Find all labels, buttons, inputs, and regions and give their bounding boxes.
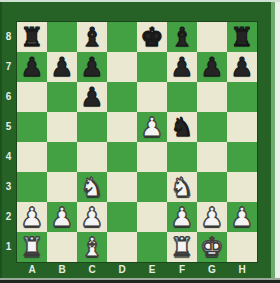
piece-black-pawn[interactable]: ♟ xyxy=(170,52,193,82)
square-g6[interactable] xyxy=(197,82,227,112)
piece-white-pawn[interactable]: ♟ xyxy=(80,202,103,232)
square-e4[interactable] xyxy=(137,142,167,172)
piece-white-king[interactable]: ♚ xyxy=(200,232,223,262)
chess-board-window: 87654321 ♜♝♚♝♜♟♟♟♟♟♟♟♟♞♞♞♟♟♟♟♟♟♜♝♜♚ ABCD… xyxy=(0,0,280,283)
file-label-g: G xyxy=(197,262,227,278)
square-h8[interactable]: ♜ xyxy=(227,22,257,52)
file-label-c: C xyxy=(77,262,107,278)
square-f2[interactable]: ♟ xyxy=(167,202,197,232)
piece-black-pawn[interactable]: ♟ xyxy=(200,52,223,82)
square-b2[interactable]: ♟ xyxy=(47,202,77,232)
square-c7[interactable]: ♟ xyxy=(77,52,107,82)
rank-label-2: 2 xyxy=(0,202,17,232)
square-h1[interactable] xyxy=(227,232,257,262)
square-b7[interactable]: ♟ xyxy=(47,52,77,82)
square-e3[interactable] xyxy=(137,172,167,202)
square-f4[interactable] xyxy=(167,142,197,172)
square-e1[interactable] xyxy=(137,232,167,262)
file-label-f: F xyxy=(167,262,197,278)
square-b6[interactable] xyxy=(47,82,77,112)
rank-label-5: 5 xyxy=(0,112,17,142)
file-label-h: H xyxy=(227,262,257,278)
square-b4[interactable] xyxy=(47,142,77,172)
square-e7[interactable] xyxy=(137,52,167,82)
piece-white-bishop[interactable]: ♝ xyxy=(80,232,103,262)
square-a5[interactable] xyxy=(17,112,47,142)
square-c6[interactable]: ♟ xyxy=(77,82,107,112)
square-g4[interactable] xyxy=(197,142,227,172)
square-d2[interactable] xyxy=(107,202,137,232)
piece-black-rook[interactable]: ♜ xyxy=(230,22,253,52)
square-a1[interactable]: ♜ xyxy=(17,232,47,262)
piece-white-pawn[interactable]: ♟ xyxy=(230,202,253,232)
piece-white-knight[interactable]: ♞ xyxy=(170,172,193,202)
square-c4[interactable] xyxy=(77,142,107,172)
square-g8[interactable] xyxy=(197,22,227,52)
square-g3[interactable] xyxy=(197,172,227,202)
square-f3[interactable]: ♞ xyxy=(167,172,197,202)
piece-white-rook[interactable]: ♜ xyxy=(20,232,43,262)
square-g1[interactable]: ♚ xyxy=(197,232,227,262)
square-a4[interactable] xyxy=(17,142,47,172)
piece-black-knight[interactable]: ♞ xyxy=(170,112,193,142)
square-a6[interactable] xyxy=(17,82,47,112)
file-label-e: E xyxy=(137,262,167,278)
piece-white-pawn[interactable]: ♟ xyxy=(20,202,43,232)
piece-black-pawn[interactable]: ♟ xyxy=(230,52,253,82)
square-e8[interactable]: ♚ xyxy=(137,22,167,52)
square-a8[interactable]: ♜ xyxy=(17,22,47,52)
piece-black-bishop[interactable]: ♝ xyxy=(80,22,103,52)
piece-white-pawn[interactable]: ♟ xyxy=(50,202,73,232)
square-a2[interactable]: ♟ xyxy=(17,202,47,232)
square-h2[interactable]: ♟ xyxy=(227,202,257,232)
piece-white-pawn[interactable]: ♟ xyxy=(200,202,223,232)
square-c5[interactable] xyxy=(77,112,107,142)
square-d6[interactable] xyxy=(107,82,137,112)
square-h4[interactable] xyxy=(227,142,257,172)
rank-label-7: 7 xyxy=(0,52,17,82)
file-label-d: D xyxy=(107,262,137,278)
square-h3[interactable] xyxy=(227,172,257,202)
square-d4[interactable] xyxy=(107,142,137,172)
square-c8[interactable]: ♝ xyxy=(77,22,107,52)
square-f6[interactable] xyxy=(167,82,197,112)
piece-black-pawn[interactable]: ♟ xyxy=(50,52,73,82)
square-c1[interactable]: ♝ xyxy=(77,232,107,262)
square-e5[interactable]: ♟ xyxy=(137,112,167,142)
rank-label-3: 3 xyxy=(0,172,17,202)
square-d1[interactable] xyxy=(107,232,137,262)
square-d7[interactable] xyxy=(107,52,137,82)
piece-black-pawn[interactable]: ♟ xyxy=(80,82,103,112)
chess-board[interactable]: ♜♝♚♝♜♟♟♟♟♟♟♟♟♞♞♞♟♟♟♟♟♟♜♝♜♚ xyxy=(17,22,257,262)
square-f7[interactable]: ♟ xyxy=(167,52,197,82)
piece-black-bishop[interactable]: ♝ xyxy=(170,22,193,52)
square-b5[interactable] xyxy=(47,112,77,142)
square-e2[interactable] xyxy=(137,202,167,232)
square-h7[interactable]: ♟ xyxy=(227,52,257,82)
piece-white-rook[interactable]: ♜ xyxy=(170,232,193,262)
window-edge-top xyxy=(0,0,280,2)
square-f1[interactable]: ♜ xyxy=(167,232,197,262)
rank-label-1: 1 xyxy=(0,232,17,262)
square-a3[interactable] xyxy=(17,172,47,202)
square-f5[interactable]: ♞ xyxy=(167,112,197,142)
piece-black-pawn[interactable]: ♟ xyxy=(80,52,103,82)
square-d8[interactable] xyxy=(107,22,137,52)
square-b3[interactable] xyxy=(47,172,77,202)
window-edge-right-outer xyxy=(275,2,280,281)
square-f8[interactable]: ♝ xyxy=(167,22,197,52)
rank-label-6: 6 xyxy=(0,82,17,112)
square-g5[interactable] xyxy=(197,112,227,142)
square-e6[interactable] xyxy=(137,82,167,112)
piece-white-pawn[interactable]: ♟ xyxy=(140,112,163,142)
rank-label-4: 4 xyxy=(0,142,17,172)
square-a7[interactable]: ♟ xyxy=(17,52,47,82)
square-c3[interactable]: ♞ xyxy=(77,172,107,202)
file-label-a: A xyxy=(17,262,47,278)
square-g7[interactable]: ♟ xyxy=(197,52,227,82)
square-h5[interactable] xyxy=(227,112,257,142)
square-b8[interactable] xyxy=(47,22,77,52)
piece-white-knight[interactable]: ♞ xyxy=(80,172,103,202)
piece-black-pawn[interactable]: ♟ xyxy=(20,52,43,82)
file-label-b: B xyxy=(47,262,77,278)
piece-white-pawn[interactable]: ♟ xyxy=(170,202,193,232)
square-g2[interactable]: ♟ xyxy=(197,202,227,232)
square-b1[interactable] xyxy=(47,232,77,262)
square-c2[interactable]: ♟ xyxy=(77,202,107,232)
piece-black-rook[interactable]: ♜ xyxy=(20,22,43,52)
square-d3[interactable] xyxy=(107,172,137,202)
square-h6[interactable] xyxy=(227,82,257,112)
rank-label-8: 8 xyxy=(0,22,17,52)
piece-black-king[interactable]: ♚ xyxy=(140,22,163,52)
square-d5[interactable] xyxy=(107,112,137,142)
